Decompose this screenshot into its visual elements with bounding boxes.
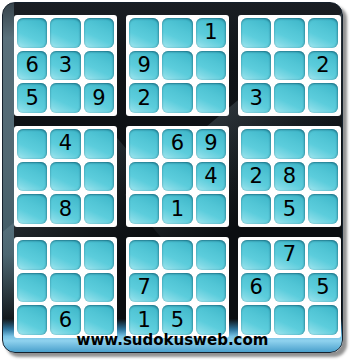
cell-r1c1[interactable] <box>17 18 47 48</box>
cell-r1c6[interactable]: 1 <box>196 18 226 48</box>
cell-r6c9[interactable] <box>308 194 338 224</box>
cell-r6c3[interactable] <box>84 194 114 224</box>
cell-r4c8[interactable] <box>274 129 304 159</box>
box-6: 285 <box>238 126 341 227</box>
cell-r7c8[interactable]: 7 <box>274 240 304 270</box>
cell-r3c5[interactable] <box>162 83 192 113</box>
cell-r7c9[interactable] <box>308 240 338 270</box>
cell-r7c1[interactable] <box>17 240 47 270</box>
cell-r7c2[interactable] <box>50 240 80 270</box>
cell-r2c8[interactable] <box>274 51 304 81</box>
site-url: www.sudokusweb.com <box>3 330 342 350</box>
cell-r8c8[interactable] <box>274 273 304 303</box>
box-3: 23 <box>238 15 341 116</box>
cell-r2c3[interactable] <box>84 51 114 81</box>
cell-r8c1[interactable] <box>17 273 47 303</box>
cell-r4c1[interactable] <box>17 129 47 159</box>
cell-r3c8[interactable] <box>274 83 304 113</box>
box-9: 765 <box>238 237 341 338</box>
cell-r3c3[interactable]: 9 <box>84 83 114 113</box>
cell-r2c2[interactable]: 3 <box>50 51 80 81</box>
cell-r5c7[interactable]: 2 <box>241 162 271 192</box>
cell-r4c6[interactable]: 9 <box>196 129 226 159</box>
cell-r5c8[interactable]: 8 <box>274 162 304 192</box>
cell-r5c9[interactable] <box>308 162 338 192</box>
sudoku-grid: 6359 192 23 48 6941 285 6 715 765 <box>14 15 341 338</box>
cell-r2c7[interactable] <box>241 51 271 81</box>
board-left-bevel <box>3 3 14 352</box>
cell-r5c5[interactable] <box>162 162 192 192</box>
cell-r5c1[interactable] <box>17 162 47 192</box>
cell-r3c7[interactable]: 3 <box>241 83 271 113</box>
cell-r3c6[interactable] <box>196 83 226 113</box>
cell-r3c4[interactable]: 2 <box>129 83 159 113</box>
cell-r6c4[interactable] <box>129 194 159 224</box>
cell-r1c5[interactable] <box>162 18 192 48</box>
box-2: 192 <box>126 15 229 116</box>
cell-r4c7[interactable] <box>241 129 271 159</box>
cell-r8c4[interactable]: 7 <box>129 273 159 303</box>
cell-r1c4[interactable] <box>129 18 159 48</box>
sudoku-board: 6359 192 23 48 6941 285 6 715 765 www.su… <box>2 2 343 353</box>
cell-r1c7[interactable] <box>241 18 271 48</box>
cell-r5c6[interactable]: 4 <box>196 162 226 192</box>
cell-r5c3[interactable] <box>84 162 114 192</box>
cell-r8c5[interactable] <box>162 273 192 303</box>
cell-r2c1[interactable]: 6 <box>17 51 47 81</box>
box-1: 6359 <box>14 15 117 116</box>
cell-r8c7[interactable]: 6 <box>241 273 271 303</box>
cell-r7c4[interactable] <box>129 240 159 270</box>
cell-r3c9[interactable] <box>308 83 338 113</box>
cell-r8c6[interactable] <box>196 273 226 303</box>
cell-r5c4[interactable] <box>129 162 159 192</box>
cell-r4c3[interactable] <box>84 129 114 159</box>
cell-r6c5[interactable]: 1 <box>162 194 192 224</box>
cell-r6c7[interactable] <box>241 194 271 224</box>
box-7: 6 <box>14 237 117 338</box>
box-8: 715 <box>126 237 229 338</box>
cell-r8c9[interactable]: 5 <box>308 273 338 303</box>
cell-r4c2[interactable]: 4 <box>50 129 80 159</box>
cell-r6c1[interactable] <box>17 194 47 224</box>
cell-r7c3[interactable] <box>84 240 114 270</box>
cell-r3c2[interactable] <box>50 83 80 113</box>
cell-r1c8[interactable] <box>274 18 304 48</box>
cell-r1c3[interactable] <box>84 18 114 48</box>
cell-r7c5[interactable] <box>162 240 192 270</box>
cell-r5c2[interactable] <box>50 162 80 192</box>
cell-r7c6[interactable] <box>196 240 226 270</box>
cell-r1c2[interactable] <box>50 18 80 48</box>
cell-r2c5[interactable] <box>162 51 192 81</box>
cell-r4c4[interactable] <box>129 129 159 159</box>
box-4: 48 <box>14 126 117 227</box>
cell-r2c6[interactable] <box>196 51 226 81</box>
cell-r7c7[interactable] <box>241 240 271 270</box>
cell-r4c9[interactable] <box>308 129 338 159</box>
cell-r6c2[interactable]: 8 <box>50 194 80 224</box>
box-5: 6941 <box>126 126 229 227</box>
cell-r8c2[interactable] <box>50 273 80 303</box>
cell-r6c6[interactable] <box>196 194 226 224</box>
cell-r3c1[interactable]: 5 <box>17 83 47 113</box>
cell-r6c8[interactable]: 5 <box>274 194 304 224</box>
cell-r1c9[interactable] <box>308 18 338 48</box>
cell-r8c3[interactable] <box>84 273 114 303</box>
cell-r2c4[interactable]: 9 <box>129 51 159 81</box>
cell-r2c9[interactable]: 2 <box>308 51 338 81</box>
cell-r4c5[interactable]: 6 <box>162 129 192 159</box>
